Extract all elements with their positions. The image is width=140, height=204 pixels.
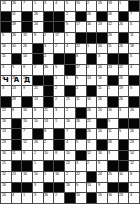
cell-code-number: 8 xyxy=(23,151,25,155)
cell-code-number: 2 xyxy=(55,86,57,90)
letter-cell[interactable]: 2 xyxy=(87,161,97,171)
letter-cell[interactable]: 10 xyxy=(33,119,43,129)
letter-cell[interactable]: 23 xyxy=(97,22,107,32)
letter-cell[interactable]: 18 xyxy=(108,1,118,11)
letter-cell[interactable]: 16 xyxy=(54,172,64,182)
cell-code-number: 3 xyxy=(119,108,121,112)
letter-cell[interactable]: 1 xyxy=(119,1,129,11)
letter-cell[interactable]: 2 xyxy=(54,193,64,203)
letter-cell[interactable]: 17 xyxy=(76,22,86,32)
cell-code-number: 2 xyxy=(66,108,68,112)
letter-cell[interactable]: 26 xyxy=(65,183,75,193)
letter-cell[interactable]: 28 xyxy=(12,97,22,107)
letter-cell[interactable]: 16 xyxy=(87,97,97,107)
letter-cell[interactable]: 5 xyxy=(1,33,11,43)
letter-cell[interactable]: 8 xyxy=(33,108,43,118)
letter-cell[interactable]: 15 xyxy=(97,193,107,203)
cell-code-number: 22 xyxy=(87,119,91,123)
black-cell xyxy=(22,12,32,22)
cell-code-number: 26 xyxy=(34,12,38,16)
letter-cell[interactable]: 5 xyxy=(76,76,86,86)
letter-cell[interactable]: 26 xyxy=(1,183,11,193)
letter-cell[interactable]: 10 xyxy=(119,172,129,182)
letter-cell[interactable]: 18 xyxy=(12,22,22,32)
cell-code-number: 13 xyxy=(87,183,91,187)
cell-code-number: 22 xyxy=(76,44,80,48)
letter-cell[interactable]: 25 xyxy=(108,172,118,182)
cell-code-number: 22 xyxy=(2,108,6,112)
letter-cell[interactable]: 16 xyxy=(108,108,118,118)
cell-code-number: 15 xyxy=(23,33,27,37)
letter-cell[interactable]: 22 xyxy=(65,161,75,171)
letter-cell[interactable]: 26 xyxy=(129,129,139,139)
cell-code-number: 4 xyxy=(130,65,132,69)
letter-cell[interactable]: 26 xyxy=(87,12,97,22)
black-cell xyxy=(33,76,43,86)
black-cell xyxy=(97,119,107,129)
letter-cell[interactable]: 6 xyxy=(129,22,139,32)
letter-cell[interactable]: 3 xyxy=(108,151,118,161)
black-cell xyxy=(119,161,129,171)
black-cell xyxy=(119,140,129,150)
letter-cell[interactable]: 5 xyxy=(12,65,22,75)
cell-code-number: 23 xyxy=(2,140,6,144)
letter-cell[interactable]: 26 xyxy=(12,1,22,11)
letter-cell[interactable]: 20 xyxy=(97,108,107,118)
letter-cell[interactable]: 8 xyxy=(76,54,86,64)
given-letter: Д xyxy=(22,76,32,86)
letter-cell[interactable]: 2 xyxy=(87,65,97,75)
black-cell xyxy=(22,161,32,171)
letter-cell[interactable]: 5 xyxy=(119,129,129,139)
black-cell xyxy=(54,129,64,139)
letter-cell[interactable]: 14 xyxy=(22,54,32,64)
letter-cell[interactable]: 1 xyxy=(65,76,75,86)
letter-cell[interactable]: 23 xyxy=(108,65,118,75)
letter-cell[interactable]: 11 xyxy=(76,97,86,107)
letter-cell[interactable]: 26 xyxy=(44,193,54,203)
letter-cell[interactable]: 14 xyxy=(129,151,139,161)
letter-cell[interactable]: 15 xyxy=(22,33,32,43)
black-cell xyxy=(54,140,64,150)
cell-code-number: 23 xyxy=(130,140,134,144)
letter-cell[interactable]: 26 xyxy=(119,97,129,107)
letter-cell[interactable]: 25 xyxy=(97,1,107,11)
letter-cell[interactable]: 8 xyxy=(33,33,43,43)
letter-cell[interactable]: 15 xyxy=(76,1,86,11)
cell-code-number: 26 xyxy=(66,119,70,123)
black-cell xyxy=(33,129,43,139)
letter-cell[interactable]: 20 xyxy=(97,65,107,75)
letter-cell[interactable]: 1 xyxy=(44,172,54,182)
letter-cell[interactable]: 20 xyxy=(1,1,11,11)
letter-cell[interactable]: 3 xyxy=(119,108,129,118)
letter-cell[interactable]: 11 xyxy=(12,151,22,161)
cell-code-number: 12 xyxy=(87,151,91,155)
cell-code-number: 26 xyxy=(87,129,91,133)
cell-code-number: 26 xyxy=(2,183,6,187)
cell-code-number: 28 xyxy=(12,97,16,101)
letter-cell[interactable]: 11 xyxy=(87,140,97,150)
cell-code-number: 16 xyxy=(55,172,59,176)
black-cell xyxy=(12,161,22,171)
letter-cell[interactable]: 4 xyxy=(65,140,75,150)
letter-cell[interactable]: 26 xyxy=(108,12,118,22)
cell-code-number: 5 xyxy=(66,1,68,5)
letter-cell[interactable]: 1 xyxy=(33,161,43,171)
letter-cell[interactable]: 22 xyxy=(1,108,11,118)
black-cell xyxy=(44,161,54,171)
letter-cell[interactable]: 13 xyxy=(87,76,97,86)
black-cell xyxy=(87,193,97,203)
letter-cell[interactable]: 13 xyxy=(33,97,43,107)
letter-cell[interactable]: 26 xyxy=(65,119,75,129)
letter-cell[interactable]: 23 xyxy=(12,172,22,182)
letter-cell[interactable]: 8 xyxy=(12,108,22,118)
letter-cell[interactable]: 7 xyxy=(22,129,32,139)
letter-cell[interactable]: 24 xyxy=(33,22,43,32)
letter-cell[interactable]: 7 xyxy=(22,1,32,11)
black-cell xyxy=(44,86,54,96)
cell-code-number: 5 xyxy=(130,86,132,90)
cell-code-number: 1 xyxy=(66,76,68,80)
cell-code-number: 2 xyxy=(87,1,89,5)
letter-cell[interactable]: 11 xyxy=(129,33,139,43)
cell-code-number: 8 xyxy=(76,54,78,58)
black-cell xyxy=(119,151,129,161)
letter-cell[interactable]: 26 xyxy=(87,108,97,118)
letter-cell[interactable]: 24Д xyxy=(22,76,32,86)
cell-code-number: 16 xyxy=(108,193,112,197)
cell-code-number: 5 xyxy=(76,140,78,144)
letter-cell[interactable]: 5 xyxy=(76,183,86,193)
letter-cell[interactable]: 16 xyxy=(87,22,97,32)
black-cell xyxy=(44,76,54,86)
letter-cell[interactable]: 4Ч xyxy=(1,76,11,86)
cell-code-number: 5 xyxy=(119,129,121,133)
black-cell xyxy=(44,97,54,107)
cell-code-number: 26 xyxy=(76,119,80,123)
black-cell xyxy=(108,54,118,64)
black-cell xyxy=(65,54,75,64)
letter-cell[interactable]: 2 xyxy=(54,97,64,107)
letter-cell[interactable]: 9 xyxy=(22,86,32,96)
letter-cell[interactable]: 3 xyxy=(44,44,54,54)
letter-cell[interactable]: 16 xyxy=(22,172,32,182)
cell-code-number: 11 xyxy=(12,151,15,155)
cell-code-number: 16 xyxy=(98,76,102,80)
letter-cell[interactable]: 16 xyxy=(1,44,11,54)
cell-code-number: 21 xyxy=(34,86,38,90)
letter-cell[interactable]: 18 xyxy=(129,44,139,54)
letter-cell[interactable]: 4 xyxy=(129,183,139,193)
letter-cell[interactable]: 2 xyxy=(54,44,64,54)
letter-cell[interactable]: 5 xyxy=(65,22,75,32)
letter-cell[interactable]: 23 xyxy=(129,140,139,150)
cell-code-number: 20 xyxy=(98,44,102,48)
letter-cell[interactable]: 2 xyxy=(65,12,75,22)
letter-cell[interactable]: 3 xyxy=(44,1,54,11)
cell-code-number: 8 xyxy=(44,129,46,133)
letter-cell[interactable]: 13 xyxy=(87,183,97,193)
letter-cell[interactable]: 3 xyxy=(97,54,107,64)
letter-cell[interactable]: 22 xyxy=(76,172,86,182)
letter-cell[interactable]: 1 xyxy=(87,44,97,54)
cell-code-number: 26 xyxy=(44,193,48,197)
cell-code-number: 7 xyxy=(23,129,25,133)
letter-cell[interactable]: 4 xyxy=(54,1,64,11)
cell-code-number: 26 xyxy=(119,76,123,80)
letter-cell[interactable]: 3 xyxy=(1,86,11,96)
black-cell xyxy=(1,22,11,32)
cell-code-number: 1 xyxy=(87,44,89,48)
cell-code-number: 9 xyxy=(23,86,25,90)
letter-cell[interactable]: 26А xyxy=(12,76,22,86)
letter-cell[interactable]: 11 xyxy=(12,12,22,22)
letter-cell[interactable]: 2 xyxy=(33,65,43,75)
letter-cell[interactable]: 26 xyxy=(119,76,129,86)
cell-code-number: 2 xyxy=(87,65,89,69)
cell-code-number: 2 xyxy=(66,172,68,176)
cell-code-number: 20 xyxy=(98,129,102,133)
cell-code-number: 16 xyxy=(2,151,6,155)
letter-cell[interactable]: 4 xyxy=(129,65,139,75)
letter-cell[interactable]: 8 xyxy=(44,129,54,139)
cell-code-number: 8 xyxy=(55,151,57,155)
letter-cell[interactable]: 22 xyxy=(87,119,97,129)
letter-cell[interactable]: 26 xyxy=(119,44,129,54)
letter-cell[interactable]: 15 xyxy=(76,193,86,203)
cell-code-number: 15 xyxy=(23,119,27,123)
letter-cell[interactable]: 8 xyxy=(97,161,107,171)
letter-cell[interactable]: 16 xyxy=(97,151,107,161)
cell-code-number: 21 xyxy=(44,108,48,112)
letter-cell[interactable]: 11 xyxy=(1,54,11,64)
letter-cell[interactable]: 5 xyxy=(65,1,75,11)
letter-cell[interactable]: 8 xyxy=(22,151,32,161)
letter-cell[interactable]: 13 xyxy=(44,119,54,129)
cell-code-number: 5 xyxy=(66,22,68,26)
letter-cell[interactable]: 2 xyxy=(87,1,97,11)
cell-code-number: 12 xyxy=(130,161,134,165)
letter-cell[interactable]: 2 xyxy=(76,86,86,96)
letter-cell[interactable]: 3 xyxy=(1,65,11,75)
letter-cell[interactable]: 12 xyxy=(129,161,139,171)
letter-cell[interactable]: 7 xyxy=(129,12,139,22)
letter-cell[interactable]: 3 xyxy=(33,183,43,193)
letter-cell[interactable]: 8 xyxy=(129,172,139,182)
letter-cell[interactable]: 21 xyxy=(1,161,11,171)
cell-code-number: 26 xyxy=(66,183,70,187)
letter-cell[interactable]: 12 xyxy=(87,151,97,161)
letter-cell[interactable]: 7 xyxy=(65,129,75,139)
letter-cell[interactable]: 26 xyxy=(1,119,11,129)
letter-cell[interactable]: 5 xyxy=(129,86,139,96)
letter-cell[interactable]: 26 xyxy=(119,22,129,32)
cell-code-number: 2 xyxy=(44,33,46,37)
letter-cell[interactable]: 8 xyxy=(54,151,64,161)
letter-cell[interactable]: 23 xyxy=(1,140,11,150)
letter-cell[interactable]: 1 xyxy=(22,193,32,203)
letter-cell[interactable]: 12 xyxy=(108,22,118,32)
letter-cell[interactable]: 11 xyxy=(97,86,107,96)
letter-cell[interactable]: 4 xyxy=(12,193,22,203)
cell-code-number: 3 xyxy=(44,1,46,5)
black-cell xyxy=(108,161,118,171)
cell-code-number: 3 xyxy=(34,183,36,187)
cell-code-number: 26 xyxy=(119,44,123,48)
letter-cell[interactable]: 10 xyxy=(65,151,75,161)
letter-cell[interactable]: 5 xyxy=(76,140,86,150)
letter-cell[interactable]: 20 xyxy=(97,44,107,54)
letter-cell[interactable]: 2 xyxy=(65,108,75,118)
letter-cell[interactable]: 26 xyxy=(108,33,118,43)
letter-cell[interactable]: 17 xyxy=(54,33,64,43)
letter-cell[interactable]: 1 xyxy=(33,1,43,11)
letter-cell[interactable]: 26 xyxy=(97,97,107,107)
black-cell xyxy=(87,54,97,64)
cell-code-number: 26 xyxy=(34,140,38,144)
cell-code-number: 12 xyxy=(2,172,6,176)
letter-cell[interactable]: 9 xyxy=(97,183,107,193)
cell-code-number: 5 xyxy=(76,76,78,80)
letter-cell[interactable]: 11 xyxy=(108,129,118,139)
letter-cell[interactable]: 26 xyxy=(22,44,32,54)
letter-cell[interactable]: 13 xyxy=(1,129,11,139)
cell-code-number: 26 xyxy=(87,12,91,16)
letter-cell[interactable]: 15 xyxy=(22,119,32,129)
letter-cell[interactable]: 21 xyxy=(44,108,54,118)
cell-code-number: 23 xyxy=(12,172,16,176)
letter-cell[interactable]: 16 xyxy=(1,151,11,161)
letter-cell[interactable]: 8 xyxy=(22,65,32,75)
cell-code-number: 8 xyxy=(23,65,25,69)
letter-cell[interactable]: 3 xyxy=(54,108,64,118)
cell-code-number: 15 xyxy=(76,193,80,197)
black-cell xyxy=(33,54,43,64)
letter-cell[interactable]: 12 xyxy=(22,140,32,150)
letter-cell[interactable]: 13 xyxy=(12,86,22,96)
cell-code-number: 2 xyxy=(44,140,46,144)
letter-cell[interactable]: 5 xyxy=(54,65,64,75)
cell-code-number: 5 xyxy=(2,33,4,37)
letter-cell[interactable]: 20 xyxy=(1,193,11,203)
letter-cell[interactable]: 26 xyxy=(76,119,86,129)
cell-code-number: 16 xyxy=(108,108,112,112)
letter-cell[interactable]: 21 xyxy=(65,97,75,107)
cell-code-number: 26 xyxy=(108,140,112,144)
letter-cell[interactable]: 3 xyxy=(33,193,43,203)
letter-cell[interactable]: 4 xyxy=(65,44,75,54)
cell-code-number: 11 xyxy=(98,86,101,90)
letter-cell[interactable]: 2 xyxy=(44,54,54,64)
cell-code-number: 26 xyxy=(44,65,48,69)
letter-cell[interactable]: 23 xyxy=(119,193,129,203)
codeword-grid: 2026713451522518111262262671824517162312… xyxy=(0,0,140,204)
letter-cell[interactable]: 11 xyxy=(108,44,118,54)
letter-cell[interactable]: 20 xyxy=(97,129,107,139)
black-cell xyxy=(65,193,75,203)
letter-cell[interactable]: 10 xyxy=(44,151,54,161)
cell-code-number: 7 xyxy=(130,12,132,16)
cell-code-number: 2 xyxy=(55,44,57,48)
letter-cell[interactable]: 16 xyxy=(97,76,107,86)
cell-code-number: 20 xyxy=(98,65,102,69)
letter-cell[interactable]: 1 xyxy=(54,119,64,129)
letter-cell[interactable]: 3 xyxy=(76,161,86,171)
black-cell xyxy=(97,140,107,150)
letter-cell[interactable]: 16 xyxy=(108,193,118,203)
cell-code-number: 3 xyxy=(108,151,110,155)
letter-cell[interactable]: 26 xyxy=(44,65,54,75)
cell-code-number: 16 xyxy=(23,172,27,176)
black-cell xyxy=(54,54,64,64)
letter-cell[interactable]: 6 xyxy=(129,54,139,64)
letter-cell[interactable]: 5 xyxy=(108,119,118,129)
cell-code-number: 24 xyxy=(98,172,102,176)
cell-code-number: 16 xyxy=(87,97,91,101)
cell-code-number: 3 xyxy=(34,193,36,197)
cell-code-number: 6 xyxy=(130,22,132,26)
black-cell xyxy=(54,161,64,171)
letter-cell[interactable]: 1 xyxy=(54,76,64,86)
letter-cell[interactable]: 22 xyxy=(119,65,129,75)
letter-cell[interactable]: 26 xyxy=(33,12,43,22)
cell-code-number: 13 xyxy=(87,76,91,80)
black-cell xyxy=(97,12,107,22)
letter-cell[interactable]: 2 xyxy=(65,172,75,182)
cell-code-number: 1 xyxy=(34,161,36,165)
letter-cell[interactable]: 17 xyxy=(76,65,86,75)
letter-cell[interactable]: 26 xyxy=(33,140,43,150)
black-cell xyxy=(33,44,43,54)
letter-cell[interactable]: 4 xyxy=(129,193,139,203)
cell-code-number: 15 xyxy=(76,1,80,5)
black-cell xyxy=(108,97,118,107)
letter-cell[interactable]: 26 xyxy=(129,108,139,118)
letter-cell[interactable]: 19 xyxy=(119,86,129,96)
black-cell xyxy=(1,97,11,107)
cell-code-number: 20 xyxy=(2,193,6,197)
letter-cell[interactable]: 16 xyxy=(22,108,32,118)
letter-cell[interactable]: 2 xyxy=(54,86,64,96)
cell-code-number: 4 xyxy=(66,140,68,144)
letter-cell[interactable]: 12 xyxy=(1,172,11,182)
cell-code-number: 8 xyxy=(34,108,36,112)
letter-cell[interactable]: 26 xyxy=(12,33,22,43)
cell-code-number: 13 xyxy=(34,97,38,101)
letter-cell[interactable]: 22 xyxy=(76,44,86,54)
letter-cell[interactable]: 2 xyxy=(44,140,54,150)
letter-cell[interactable]: 26 xyxy=(108,140,118,150)
cell-code-number: 21 xyxy=(66,97,70,101)
letter-cell[interactable]: 24 xyxy=(97,172,107,182)
letter-cell[interactable]: 10 xyxy=(33,172,43,182)
black-cell xyxy=(22,183,32,193)
cell-code-number: 8 xyxy=(34,33,36,37)
letter-cell[interactable]: 1 xyxy=(65,33,75,43)
letter-cell[interactable]: 26 xyxy=(87,129,97,139)
letter-cell[interactable]: 10 xyxy=(12,44,22,54)
letter-cell[interactable]: 21 xyxy=(33,86,43,96)
letter-cell[interactable]: 2 xyxy=(33,151,43,161)
cell-code-number: 15 xyxy=(98,193,102,197)
cell-code-number: 26 xyxy=(108,33,112,37)
letter-cell[interactable]: 2 xyxy=(44,33,54,43)
black-cell xyxy=(119,12,129,22)
letter-cell[interactable]: 1 xyxy=(108,86,118,96)
black-cell xyxy=(129,119,139,129)
